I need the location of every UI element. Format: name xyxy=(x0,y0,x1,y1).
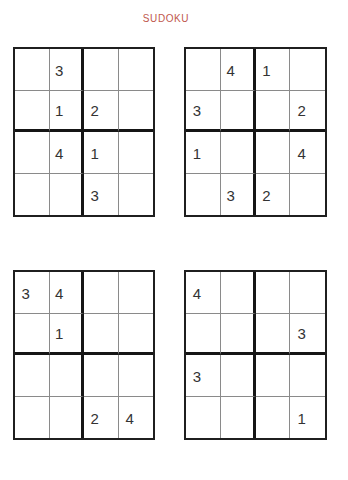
cell-r1c2: 4 xyxy=(50,272,85,314)
cell-r3c1 xyxy=(15,355,50,397)
cell-r2c3 xyxy=(256,91,291,133)
given-digit: 1 xyxy=(262,63,270,78)
given-digit: 4 xyxy=(193,286,201,301)
cell-r2c3 xyxy=(256,314,291,356)
cell-r1c1: 3 xyxy=(15,272,50,314)
cell-r3c2: 4 xyxy=(50,132,85,174)
cell-r1c2: 3 xyxy=(50,49,85,91)
cell-r1c1: 4 xyxy=(186,272,221,314)
cell-r2c1 xyxy=(15,91,50,133)
given-digit: 3 xyxy=(91,188,99,203)
cell-r1c4 xyxy=(119,272,154,314)
cell-r2c3 xyxy=(84,314,119,356)
given-digit: 3 xyxy=(297,326,305,341)
cell-r4c3: 2 xyxy=(256,174,291,216)
cell-r4c3 xyxy=(256,397,291,439)
cell-r4c4 xyxy=(290,174,325,216)
cell-r4c1 xyxy=(186,397,221,439)
cell-r2c4: 2 xyxy=(290,91,325,133)
sudoku-grid-top-left: 312413 xyxy=(13,47,155,217)
cell-r2c1: 3 xyxy=(186,91,221,133)
cell-r3c3 xyxy=(256,355,291,397)
sudoku-worksheet: SUDOKU 312413 41321432 34124 4331 xyxy=(0,0,348,480)
cell-r4c3: 3 xyxy=(84,174,119,216)
given-digit: 1 xyxy=(297,411,305,426)
cell-r3c2 xyxy=(221,355,256,397)
cell-r1c4 xyxy=(290,49,325,91)
cell-r1c4 xyxy=(119,49,154,91)
cell-r2c4: 3 xyxy=(290,314,325,356)
cell-r1c4 xyxy=(290,272,325,314)
cell-r4c3: 2 xyxy=(84,397,119,439)
cell-r4c2 xyxy=(50,174,85,216)
cell-r2c2: 1 xyxy=(50,314,85,356)
cell-r2c2 xyxy=(221,314,256,356)
cell-r1c1 xyxy=(186,49,221,91)
given-digit: 2 xyxy=(262,188,270,203)
given-digit: 1 xyxy=(55,326,63,341)
cell-r3c1: 1 xyxy=(186,132,221,174)
cell-r3c3 xyxy=(84,355,119,397)
given-digit: 4 xyxy=(226,63,234,78)
cell-r4c1 xyxy=(186,174,221,216)
cell-r2c4 xyxy=(119,314,154,356)
given-digit: 2 xyxy=(297,103,305,118)
cell-r3c4: 4 xyxy=(290,132,325,174)
cell-r3c3: 1 xyxy=(84,132,119,174)
cell-r3c2 xyxy=(221,132,256,174)
cell-r1c2: 4 xyxy=(221,49,256,91)
given-digit: 3 xyxy=(55,63,63,78)
given-digit: 3 xyxy=(193,369,201,384)
cell-r2c3: 2 xyxy=(84,91,119,133)
given-digit: 4 xyxy=(55,146,63,161)
given-digit: 3 xyxy=(193,103,201,118)
cell-r4c1 xyxy=(15,397,50,439)
cell-r3c4 xyxy=(290,355,325,397)
cell-r1c3 xyxy=(84,272,119,314)
cell-r3c4 xyxy=(119,132,154,174)
cell-r2c2: 1 xyxy=(50,91,85,133)
sudoku-grid-top-right: 41321432 xyxy=(184,47,327,217)
sudoku-grid-bottom-right: 4331 xyxy=(184,270,327,440)
cell-r4c1 xyxy=(15,174,50,216)
cell-r2c1 xyxy=(186,314,221,356)
given-digit: 2 xyxy=(91,411,99,426)
given-digit: 1 xyxy=(55,103,63,118)
cell-r1c1 xyxy=(15,49,50,91)
given-digit: 1 xyxy=(193,146,201,161)
cell-r3c2 xyxy=(50,355,85,397)
cell-r4c4: 4 xyxy=(119,397,154,439)
cell-r4c2 xyxy=(221,397,256,439)
cell-r4c4: 1 xyxy=(290,397,325,439)
cell-r3c3 xyxy=(256,132,291,174)
given-digit: 4 xyxy=(55,286,63,301)
given-digit: 3 xyxy=(226,188,234,203)
cell-r3c1: 3 xyxy=(186,355,221,397)
cell-r2c4 xyxy=(119,91,154,133)
cell-r3c1 xyxy=(15,132,50,174)
given-digit: 4 xyxy=(126,411,134,426)
cell-r1c3 xyxy=(256,272,291,314)
given-digit: 2 xyxy=(91,103,99,118)
cell-r1c3 xyxy=(84,49,119,91)
cell-r4c2: 3 xyxy=(221,174,256,216)
given-digit: 4 xyxy=(297,146,305,161)
given-digit: 1 xyxy=(91,146,99,161)
page-title: SUDOKU xyxy=(0,13,340,24)
cell-r1c2 xyxy=(221,272,256,314)
cell-r1c3: 1 xyxy=(256,49,291,91)
sudoku-grid-bottom-left: 34124 xyxy=(13,270,155,440)
cell-r4c2 xyxy=(50,397,85,439)
given-digit: 3 xyxy=(22,286,30,301)
cell-r2c1 xyxy=(15,314,50,356)
cell-r4c4 xyxy=(119,174,154,216)
cell-r2c2 xyxy=(221,91,256,133)
cell-r3c4 xyxy=(119,355,154,397)
